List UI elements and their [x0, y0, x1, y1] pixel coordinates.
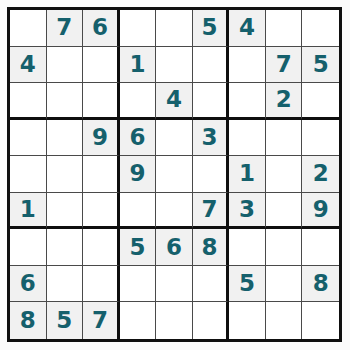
cell-r2c8[interactable]: 7 — [266, 47, 303, 84]
cell-r8c1[interactable]: 6 — [10, 266, 47, 303]
cell-r7c9[interactable] — [302, 229, 339, 266]
cell-r6c3[interactable] — [83, 193, 120, 230]
cell-r7c7[interactable] — [229, 229, 266, 266]
cell-r9c9[interactable] — [302, 302, 339, 339]
cell-r4c9[interactable] — [302, 120, 339, 157]
cell-r6c7[interactable]: 3 — [229, 193, 266, 230]
cell-r3c2[interactable] — [47, 83, 84, 120]
cell-r8c5[interactable] — [156, 266, 193, 303]
cell-r5c8[interactable] — [266, 156, 303, 193]
cell-r5c9[interactable]: 2 — [302, 156, 339, 193]
cell-r7c2[interactable] — [47, 229, 84, 266]
cell-r7c1[interactable] — [10, 229, 47, 266]
cell-r1c5[interactable] — [156, 10, 193, 47]
cell-r5c3[interactable] — [83, 156, 120, 193]
cell-r6c2[interactable] — [47, 193, 84, 230]
cell-r8c6[interactable] — [193, 266, 230, 303]
cell-r9c8[interactable] — [266, 302, 303, 339]
cell-r6c6[interactable]: 7 — [193, 193, 230, 230]
cell-r6c5[interactable] — [156, 193, 193, 230]
cell-r9c5[interactable] — [156, 302, 193, 339]
cell-r7c5[interactable]: 6 — [156, 229, 193, 266]
cell-r5c6[interactable] — [193, 156, 230, 193]
cell-r9c1[interactable]: 8 — [10, 302, 47, 339]
cell-r6c8[interactable] — [266, 193, 303, 230]
cell-r8c2[interactable] — [47, 266, 84, 303]
cell-r2c6[interactable] — [193, 47, 230, 84]
cell-r7c3[interactable] — [83, 229, 120, 266]
cell-r4c5[interactable] — [156, 120, 193, 157]
cell-r3c7[interactable] — [229, 83, 266, 120]
cell-r1c9[interactable] — [302, 10, 339, 47]
cell-r2c2[interactable] — [47, 47, 84, 84]
sudoku-board: 76544175429639121739568658857 — [7, 7, 342, 342]
cell-r3c8[interactable]: 2 — [266, 83, 303, 120]
cell-r1c2[interactable]: 7 — [47, 10, 84, 47]
cell-r2c4[interactable]: 1 — [120, 47, 157, 84]
cell-r9c6[interactable] — [193, 302, 230, 339]
cell-r6c1[interactable]: 1 — [10, 193, 47, 230]
cell-r7c6[interactable]: 8 — [193, 229, 230, 266]
cell-r3c5[interactable]: 4 — [156, 83, 193, 120]
cell-r2c9[interactable]: 5 — [302, 47, 339, 84]
cell-r7c4[interactable]: 5 — [120, 229, 157, 266]
cell-r4c2[interactable] — [47, 120, 84, 157]
cell-r1c7[interactable]: 4 — [229, 10, 266, 47]
cell-r9c3[interactable]: 7 — [83, 302, 120, 339]
cell-r1c8[interactable] — [266, 10, 303, 47]
cell-r1c4[interactable] — [120, 10, 157, 47]
cell-r2c1[interactable]: 4 — [10, 47, 47, 84]
cell-r6c4[interactable] — [120, 193, 157, 230]
cell-r3c9[interactable] — [302, 83, 339, 120]
cell-r5c2[interactable] — [47, 156, 84, 193]
cell-r3c4[interactable] — [120, 83, 157, 120]
cell-r9c4[interactable] — [120, 302, 157, 339]
cell-r9c7[interactable] — [229, 302, 266, 339]
cell-r1c1[interactable] — [10, 10, 47, 47]
cell-r5c4[interactable]: 9 — [120, 156, 157, 193]
cell-r1c6[interactable]: 5 — [193, 10, 230, 47]
cell-r4c4[interactable]: 6 — [120, 120, 157, 157]
board-wrap: 76544175429639121739568658857 — [0, 0, 350, 349]
cell-r4c7[interactable] — [229, 120, 266, 157]
cell-r5c1[interactable] — [10, 156, 47, 193]
cell-r9c2[interactable]: 5 — [47, 302, 84, 339]
cell-r2c7[interactable] — [229, 47, 266, 84]
cell-r6c9[interactable]: 9 — [302, 193, 339, 230]
cell-r4c3[interactable]: 9 — [83, 120, 120, 157]
cell-r5c7[interactable]: 1 — [229, 156, 266, 193]
cell-r4c6[interactable]: 3 — [193, 120, 230, 157]
cell-r8c9[interactable]: 8 — [302, 266, 339, 303]
cell-r3c1[interactable] — [10, 83, 47, 120]
cell-r7c8[interactable] — [266, 229, 303, 266]
cell-r5c5[interactable] — [156, 156, 193, 193]
cell-r2c5[interactable] — [156, 47, 193, 84]
cell-r8c3[interactable] — [83, 266, 120, 303]
cell-r3c6[interactable] — [193, 83, 230, 120]
cell-r8c4[interactable] — [120, 266, 157, 303]
cell-r1c3[interactable]: 6 — [83, 10, 120, 47]
cell-r4c8[interactable] — [266, 120, 303, 157]
cell-r8c8[interactable] — [266, 266, 303, 303]
cell-r3c3[interactable] — [83, 83, 120, 120]
cell-r4c1[interactable] — [10, 120, 47, 157]
cell-r2c3[interactable] — [83, 47, 120, 84]
cell-r8c7[interactable]: 5 — [229, 266, 266, 303]
